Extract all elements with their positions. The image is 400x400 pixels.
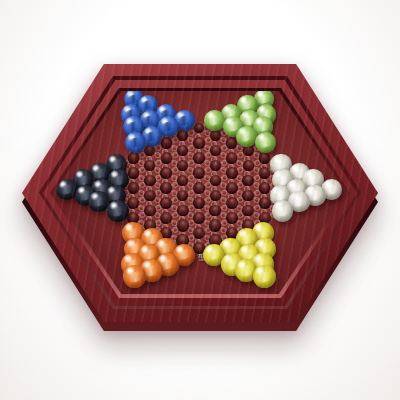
lattice-line [137, 106, 146, 112]
marble-yellow[interactable] [203, 244, 225, 266]
lattice-line [153, 196, 162, 202]
lattice-line [214, 185, 216, 191]
hole[interactable] [177, 130, 188, 141]
marble-orange[interactable] [141, 228, 163, 250]
marble-white[interactable] [304, 185, 326, 207]
hole[interactable] [177, 219, 189, 231]
lattice-line [137, 114, 146, 120]
lattice-line [137, 166, 146, 172]
hole[interactable] [242, 190, 254, 202]
marble-blue[interactable] [123, 116, 144, 137]
lattice-line [203, 249, 212, 255]
hole[interactable] [258, 227, 270, 239]
hole[interactable] [144, 249, 156, 261]
lattice-line [252, 136, 261, 142]
marble-yellow[interactable] [251, 253, 274, 276]
lattice-line [186, 181, 195, 187]
hole[interactable] [209, 249, 221, 261]
lattice-line [170, 241, 179, 247]
hole[interactable] [144, 175, 156, 187]
marble-white[interactable] [272, 169, 293, 190]
lattice-line [170, 181, 179, 187]
hole[interactable] [209, 219, 221, 231]
lattice-line [153, 189, 162, 195]
lattice-line [252, 264, 261, 270]
hole[interactable] [226, 227, 238, 239]
hole[interactable] [128, 93, 139, 104]
marble-white[interactable] [270, 185, 292, 207]
lattice-line [231, 238, 233, 244]
lattice-line [198, 163, 200, 169]
marble-orange[interactable] [123, 265, 146, 288]
hole[interactable] [209, 234, 221, 246]
lattice-line [186, 211, 195, 217]
marble-black[interactable] [89, 163, 110, 184]
hole[interactable] [324, 182, 336, 194]
marble-orange[interactable] [156, 253, 179, 276]
hole[interactable] [78, 190, 90, 202]
hole[interactable] [259, 182, 271, 194]
lattice-line [137, 174, 146, 180]
lattice-line [264, 148, 266, 154]
lattice-line [104, 196, 113, 202]
hole[interactable] [242, 234, 254, 246]
hole[interactable] [111, 160, 122, 171]
hole[interactable] [144, 115, 155, 126]
hole[interactable] [275, 205, 287, 217]
marble-black[interactable] [91, 179, 112, 200]
lattice-line [285, 196, 294, 202]
lattice-line [219, 256, 228, 262]
hole[interactable] [161, 108, 172, 119]
lattice-line [252, 99, 261, 105]
lattice-line [186, 249, 195, 255]
lattice-line [170, 159, 179, 165]
lattice-line [301, 181, 310, 187]
hole[interactable] [226, 123, 237, 134]
hole[interactable] [128, 182, 140, 194]
marble-black[interactable] [107, 200, 129, 222]
marble-black[interactable] [75, 185, 97, 207]
lattice-line [132, 103, 134, 109]
marble-blue[interactable] [140, 110, 160, 130]
marble-yellow[interactable] [252, 222, 274, 244]
hole[interactable] [226, 212, 238, 224]
hole[interactable] [243, 100, 254, 111]
hole[interactable] [258, 242, 270, 254]
hole[interactable] [144, 100, 155, 111]
lattice-line [153, 211, 162, 217]
hole[interactable] [193, 197, 205, 209]
hole[interactable] [226, 197, 238, 209]
hole[interactable] [62, 182, 74, 194]
lattice-line [231, 148, 233, 154]
lattice-line [203, 219, 212, 225]
lattice-line [231, 253, 233, 259]
lattice-line [186, 129, 195, 135]
hole[interactable] [259, 108, 270, 119]
hole[interactable] [128, 123, 139, 134]
lattice-line [132, 238, 134, 244]
hole[interactable] [177, 145, 188, 156]
lattice-line [247, 110, 249, 116]
hole[interactable] [128, 137, 139, 148]
hole[interactable] [259, 152, 270, 163]
marble-white[interactable] [321, 179, 342, 200]
lattice-line [170, 166, 179, 172]
lattice-line [235, 226, 244, 232]
hole[interactable] [275, 175, 287, 187]
marble-blue[interactable] [158, 116, 179, 137]
lattice-line [247, 200, 249, 206]
marble-white[interactable] [289, 163, 310, 184]
marble-green[interactable] [204, 110, 224, 130]
lattice-line [264, 178, 266, 184]
lattice-line [165, 238, 167, 244]
hole[interactable] [127, 272, 140, 285]
hole[interactable] [144, 219, 156, 231]
hole[interactable] [242, 264, 255, 277]
hole[interactable] [193, 167, 204, 178]
hole[interactable] [111, 190, 123, 202]
hole[interactable] [160, 242, 172, 254]
lattice-line [317, 181, 326, 187]
hole[interactable] [127, 227, 139, 239]
recess-wall [50, 88, 350, 298]
lattice-line [149, 185, 151, 191]
hole[interactable] [160, 227, 172, 239]
lattice-line [219, 151, 228, 157]
hole[interactable] [242, 175, 254, 187]
marble-white[interactable] [288, 191, 310, 213]
hole[interactable] [193, 137, 204, 148]
hole[interactable] [242, 205, 254, 217]
hole[interactable] [210, 130, 221, 141]
hole[interactable] [226, 108, 237, 119]
marble-blue[interactable] [125, 132, 146, 153]
lattice-line [137, 121, 146, 127]
lattice-line [219, 114, 228, 120]
hole[interactable] [242, 249, 254, 261]
hole[interactable] [242, 219, 254, 231]
lattice-line [214, 155, 216, 161]
marble-black[interactable] [88, 191, 110, 213]
hole[interactable] [111, 205, 123, 217]
hole[interactable] [144, 160, 155, 171]
hole[interactable] [127, 212, 139, 224]
lattice-line [137, 256, 146, 262]
hole[interactable] [160, 167, 171, 178]
lattice-line [219, 166, 228, 172]
marble-green[interactable] [255, 132, 276, 153]
lattice-line [170, 196, 179, 202]
marble-yellow[interactable] [219, 238, 241, 260]
lattice-line [182, 170, 184, 176]
lattice-line [219, 219, 228, 225]
marble-orange[interactable] [173, 244, 195, 266]
hole[interactable] [226, 137, 237, 148]
hole[interactable] [210, 175, 222, 187]
marble-orange[interactable] [121, 253, 144, 276]
hole[interactable] [144, 234, 156, 246]
hole[interactable] [177, 205, 189, 217]
marble-blue[interactable] [121, 104, 141, 124]
lattice-line [203, 226, 212, 232]
hole[interactable] [258, 272, 271, 285]
marble-orange[interactable] [140, 259, 163, 282]
lattice-line [268, 174, 277, 180]
hole[interactable] [193, 227, 205, 239]
hole[interactable] [78, 175, 90, 187]
playing-field: 御聖 [54, 91, 346, 294]
lattice-line [121, 204, 130, 210]
lattice-line [247, 185, 249, 191]
lattice-line [252, 189, 261, 195]
hole[interactable] [258, 257, 271, 270]
hole[interactable] [160, 257, 173, 270]
lattice-line [153, 241, 162, 247]
marble-blue[interactable] [174, 110, 194, 130]
lattice-line [219, 204, 228, 210]
hole[interactable] [127, 257, 140, 270]
hole[interactable] [160, 182, 172, 194]
holes-layer [54, 91, 346, 294]
hole[interactable] [259, 167, 270, 178]
lattice-line [186, 159, 195, 165]
marble-white[interactable] [302, 169, 323, 190]
hole[interactable] [292, 167, 303, 178]
hole[interactable] [144, 190, 156, 202]
lattice-line [268, 211, 277, 217]
marble-white[interactable] [270, 154, 291, 175]
hole[interactable] [210, 190, 222, 202]
lattice-line [153, 181, 162, 187]
lattice-line [203, 189, 212, 195]
hole[interactable] [95, 167, 106, 178]
marble-orange[interactable] [154, 238, 176, 260]
hole[interactable] [128, 167, 139, 178]
lattice-line [235, 234, 244, 240]
marbles-layer [54, 91, 346, 294]
hole[interactable] [243, 115, 254, 126]
hole[interactable] [275, 160, 286, 171]
hole[interactable] [193, 152, 204, 163]
marble-blue[interactable] [138, 95, 158, 115]
hole[interactable] [95, 197, 107, 209]
lattice-line [268, 196, 277, 202]
rim-inner [43, 80, 357, 306]
marble-orange[interactable] [124, 238, 146, 260]
lattice-line [137, 144, 146, 150]
marble-blue[interactable] [156, 104, 176, 124]
marble-yellow[interactable] [253, 265, 276, 288]
lattice-line [186, 241, 195, 247]
lattice-line [235, 151, 244, 157]
hole[interactable] [259, 197, 271, 209]
lattice-line [235, 166, 244, 172]
lattice-line [231, 193, 233, 199]
hole[interactable] [291, 197, 303, 209]
lattice-line [231, 223, 233, 229]
lattice-line [170, 144, 179, 150]
hole[interactable] [177, 115, 188, 126]
lattice-line [264, 223, 266, 229]
hole[interactable] [144, 130, 155, 141]
hole[interactable] [177, 190, 189, 202]
lattice-line [247, 215, 249, 221]
lattice-line [203, 181, 212, 187]
hole[interactable] [210, 115, 221, 126]
hole[interactable] [177, 175, 189, 187]
marble-yellow[interactable] [235, 259, 258, 282]
hole[interactable] [128, 152, 139, 163]
hole[interactable] [160, 212, 172, 224]
lattice-line [268, 159, 277, 165]
marble-white[interactable] [272, 200, 294, 222]
lattice-line [71, 189, 80, 195]
marble-orange[interactable] [138, 244, 160, 266]
lattice-line [132, 223, 134, 229]
lattice-line [219, 249, 228, 255]
hole[interactable] [259, 137, 270, 148]
hole[interactable] [161, 137, 172, 148]
lattice-line [132, 163, 134, 169]
marble-white[interactable] [286, 179, 307, 200]
lattice-line [170, 256, 179, 262]
hole[interactable] [95, 182, 107, 194]
hole[interactable] [194, 123, 205, 134]
marble-blue[interactable] [142, 126, 163, 147]
lattice-line [247, 245, 249, 251]
marble-blue[interactable] [124, 89, 144, 109]
marble-yellow[interactable] [238, 244, 260, 266]
marble-green[interactable] [221, 104, 241, 124]
hole[interactable] [193, 242, 205, 254]
hole[interactable] [209, 205, 221, 217]
lattice-line [280, 170, 282, 176]
lattice-line [235, 174, 244, 180]
hole[interactable] [243, 145, 254, 156]
lattice-line [137, 226, 146, 232]
marble-yellow[interactable] [221, 253, 244, 276]
lattice-line [186, 151, 195, 157]
lattice-line [214, 140, 216, 146]
hole[interactable] [128, 108, 139, 119]
marble-green[interactable] [254, 89, 274, 109]
marble-black[interactable] [106, 154, 127, 175]
marble-orange[interactable] [122, 222, 144, 244]
marble-green[interactable] [236, 126, 257, 147]
lattice-line [149, 260, 151, 266]
lattice-line [88, 181, 97, 187]
lattice-line [214, 215, 216, 221]
lattice-line [132, 268, 134, 274]
lattice-line [153, 151, 162, 157]
lattice-line [235, 189, 244, 195]
lattice-line [153, 166, 162, 172]
lattice-line [137, 234, 146, 240]
marble-green[interactable] [253, 116, 274, 137]
hole[interactable] [308, 175, 320, 187]
hole[interactable] [259, 123, 270, 134]
hole[interactable] [308, 190, 320, 202]
marble-green[interactable] [237, 95, 257, 115]
lattice-line [149, 170, 151, 176]
hole[interactable] [210, 145, 221, 156]
lattice-line [153, 256, 162, 262]
lattice-line [219, 174, 228, 180]
lattice-line [132, 253, 134, 259]
lattice-line [235, 121, 244, 127]
hole[interactable] [243, 160, 254, 171]
hole[interactable] [176, 234, 188, 246]
marble-green[interactable] [256, 104, 276, 124]
lattice-line [121, 181, 130, 187]
lattice-line [285, 204, 294, 210]
hole[interactable] [193, 182, 205, 194]
marble-black[interactable] [108, 169, 129, 190]
marble-black[interactable] [73, 169, 94, 190]
lattice-line [121, 189, 130, 195]
hole[interactable] [243, 130, 254, 141]
lattice-line [198, 193, 200, 199]
hole[interactable] [226, 167, 237, 178]
lattice-line [170, 129, 179, 135]
hole[interactable] [177, 160, 188, 171]
hole[interactable] [193, 212, 205, 224]
lattice-line [235, 219, 244, 225]
hole[interactable] [226, 152, 237, 163]
lattice-line [252, 271, 261, 277]
lattice-line [231, 133, 233, 139]
marble-green[interactable] [239, 110, 259, 130]
lattice-line [186, 166, 195, 172]
hole[interactable] [210, 160, 221, 171]
hole[interactable] [160, 197, 172, 209]
lattice-line [149, 125, 151, 131]
marble-green[interactable] [223, 116, 244, 137]
lattice-line [170, 136, 179, 142]
lattice-line [247, 170, 249, 176]
hole[interactable] [127, 242, 139, 254]
hole[interactable] [143, 264, 156, 277]
lattice-line [252, 129, 261, 135]
hole[interactable] [127, 197, 139, 209]
hole[interactable] [144, 145, 155, 156]
lattice-line [100, 178, 102, 184]
hole[interactable] [275, 190, 287, 202]
marble-black[interactable] [105, 185, 127, 207]
hole[interactable] [144, 205, 156, 217]
hole[interactable] [226, 182, 238, 194]
lattice-line [285, 189, 294, 195]
hole[interactable] [176, 249, 188, 261]
hole[interactable] [161, 152, 172, 163]
hole[interactable] [111, 175, 123, 187]
hole[interactable] [259, 212, 271, 224]
hole[interactable] [226, 242, 238, 254]
lattice-line [317, 189, 326, 195]
marble-yellow[interactable] [236, 228, 258, 250]
hole[interactable] [259, 93, 270, 104]
lattice-line [235, 144, 244, 150]
hole[interactable] [226, 257, 239, 270]
hole[interactable] [292, 182, 304, 194]
hole[interactable] [161, 123, 172, 134]
marble-black[interactable] [56, 179, 77, 200]
marble-yellow[interactable] [254, 238, 276, 260]
lattice-line [214, 125, 216, 131]
